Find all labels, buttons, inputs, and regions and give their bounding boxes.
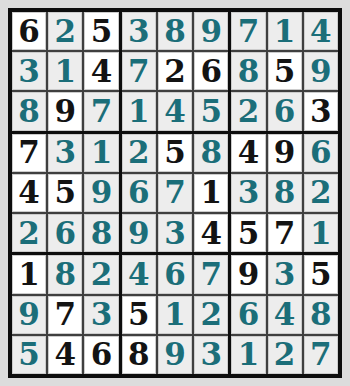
cell-r3c4[interactable]: 1 [122,92,156,130]
cell-r9c2[interactable]: 4 [48,336,82,374]
cell-r6c4[interactable]: 9 [122,214,156,252]
cell-r8c2[interactable]: 7 [48,296,82,334]
cell-r1c5[interactable]: 8 [158,12,192,50]
cell-r2c8[interactable]: 5 [268,52,302,90]
cell-r4c2[interactable]: 3 [48,134,82,172]
cell-r3c8[interactable]: 6 [268,92,302,130]
cell-r6c2[interactable]: 6 [48,214,82,252]
sudoku-box-6: 496382571 [231,134,338,253]
cell-r9c7[interactable]: 1 [231,336,265,374]
cell-r9c6[interactable]: 3 [194,336,228,374]
cell-r6c9[interactable]: 1 [304,214,338,252]
cell-r7c1[interactable]: 1 [12,255,46,293]
cell-r5c8[interactable]: 8 [268,174,302,212]
cell-r4c8[interactable]: 9 [268,134,302,172]
cell-r8c6[interactable]: 2 [194,296,228,334]
cell-r5c6[interactable]: 1 [194,174,228,212]
cell-r9c4[interactable]: 8 [122,336,156,374]
cell-r8c3[interactable]: 3 [84,296,118,334]
cell-r3c3[interactable]: 7 [84,92,118,130]
cell-r5c3[interactable]: 9 [84,174,118,212]
cell-r2c7[interactable]: 8 [231,52,265,90]
cell-r8c7[interactable]: 6 [231,296,265,334]
cell-r9c1[interactable]: 5 [12,336,46,374]
cell-r2c2[interactable]: 1 [48,52,82,90]
sudoku-board: 6253148973897261457148592637314592682586… [8,8,342,378]
cell-r8c9[interactable]: 8 [304,296,338,334]
cell-r7c7[interactable]: 9 [231,255,265,293]
cell-r6c3[interactable]: 8 [84,214,118,252]
cell-r2c1[interactable]: 3 [12,52,46,90]
cell-r1c3[interactable]: 5 [84,12,118,50]
cell-r8c8[interactable]: 4 [268,296,302,334]
cell-r3c5[interactable]: 4 [158,92,192,130]
cell-r5c4[interactable]: 6 [122,174,156,212]
cell-r3c6[interactable]: 5 [194,92,228,130]
cell-r6c5[interactable]: 3 [158,214,192,252]
sudoku-box-7: 182973546 [12,255,119,374]
sudoku-box-4: 731459268 [12,134,119,253]
cell-r4c6[interactable]: 8 [194,134,228,172]
cell-r7c2[interactable]: 8 [48,255,82,293]
cell-r7c8[interactable]: 3 [268,255,302,293]
cell-r7c4[interactable]: 4 [122,255,156,293]
cell-r7c3[interactable]: 2 [84,255,118,293]
cell-r1c4[interactable]: 3 [122,12,156,50]
sudoku-box-2: 389726145 [122,12,229,131]
sudoku-box-8: 467512893 [122,255,229,374]
cell-r5c1[interactable]: 4 [12,174,46,212]
cell-r5c7[interactable]: 3 [231,174,265,212]
cell-r4c4[interactable]: 2 [122,134,156,172]
cell-r5c9[interactable]: 2 [304,174,338,212]
cell-r8c4[interactable]: 5 [122,296,156,334]
cell-r9c8[interactable]: 2 [268,336,302,374]
cell-r3c2[interactable]: 9 [48,92,82,130]
cell-r2c9[interactable]: 9 [304,52,338,90]
cell-r1c6[interactable]: 9 [194,12,228,50]
cell-r3c1[interactable]: 8 [12,92,46,130]
cell-r4c3[interactable]: 1 [84,134,118,172]
cell-r5c5[interactable]: 7 [158,174,192,212]
cell-r2c5[interactable]: 2 [158,52,192,90]
cell-r1c2[interactable]: 2 [48,12,82,50]
cell-r4c1[interactable]: 7 [12,134,46,172]
cell-r7c5[interactable]: 6 [158,255,192,293]
cell-r4c9[interactable]: 6 [304,134,338,172]
cell-r8c5[interactable]: 1 [158,296,192,334]
cell-r6c7[interactable]: 5 [231,214,265,252]
cell-r6c6[interactable]: 4 [194,214,228,252]
cell-r9c3[interactable]: 6 [84,336,118,374]
cell-r1c9[interactable]: 4 [304,12,338,50]
cell-r4c5[interactable]: 5 [158,134,192,172]
sudoku-box-9: 935648127 [231,255,338,374]
sudoku-box-1: 625314897 [12,12,119,131]
cell-r2c4[interactable]: 7 [122,52,156,90]
sudoku-box-5: 258671934 [122,134,229,253]
cell-r6c8[interactable]: 7 [268,214,302,252]
cell-r1c1[interactable]: 6 [12,12,46,50]
cell-r8c1[interactable]: 9 [12,296,46,334]
sudoku-box-3: 714859263 [231,12,338,131]
cell-r1c7[interactable]: 7 [231,12,265,50]
cell-r2c3[interactable]: 4 [84,52,118,90]
cell-r6c1[interactable]: 2 [12,214,46,252]
cell-r2c6[interactable]: 6 [194,52,228,90]
cell-r9c9[interactable]: 7 [304,336,338,374]
cell-r3c7[interactable]: 2 [231,92,265,130]
cell-r4c7[interactable]: 4 [231,134,265,172]
cell-r3c9[interactable]: 3 [304,92,338,130]
cell-r7c9[interactable]: 5 [304,255,338,293]
cell-r5c2[interactable]: 5 [48,174,82,212]
cell-r9c5[interactable]: 9 [158,336,192,374]
cell-r7c6[interactable]: 7 [194,255,228,293]
sudoku-page: 6253148973897261457148592637314592682586… [0,0,350,386]
cell-r1c8[interactable]: 1 [268,12,302,50]
